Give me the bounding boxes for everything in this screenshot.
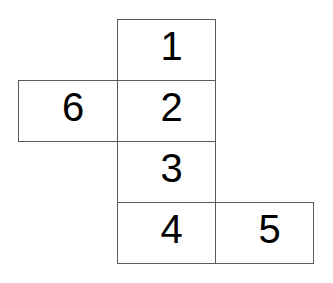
face-label-3: 3	[160, 148, 182, 188]
face-label-5: 5	[258, 209, 280, 249]
net-face-1: 1	[117, 19, 216, 81]
face-label-2: 2	[160, 87, 182, 127]
net-face-6: 6	[18, 80, 118, 142]
face-label-4: 4	[160, 209, 182, 249]
cube-net-grid: 1 6 2 3 4 5	[19, 20, 314, 264]
net-face-3: 3	[117, 141, 216, 203]
face-label-6: 6	[62, 87, 84, 127]
net-face-5: 5	[215, 202, 314, 264]
face-label-1: 1	[160, 26, 182, 66]
net-face-4: 4	[117, 202, 216, 264]
net-face-2: 2	[117, 80, 216, 142]
cube-net-diagram: 1 6 2 3 4 5	[0, 0, 333, 283]
